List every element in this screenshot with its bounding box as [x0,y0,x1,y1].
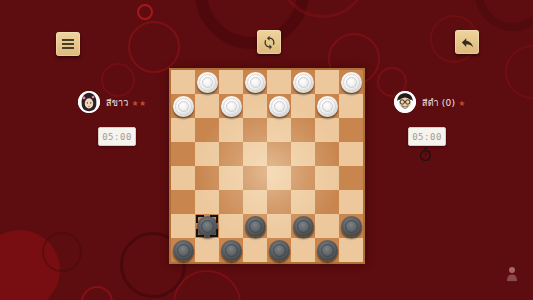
square-b2[interactable] [195,214,219,238]
square-g7[interactable] [315,94,339,118]
square-c8[interactable] [219,70,243,94]
square-c2[interactable] [219,214,243,238]
black-piece[interactable] [221,240,242,261]
square-c7[interactable] [219,94,243,118]
decor-circle [101,63,135,97]
square-f4[interactable] [291,166,315,190]
square-h1[interactable] [339,238,363,262]
white-piece[interactable] [197,72,218,93]
square-d2[interactable] [243,214,267,238]
square-e5[interactable] [267,142,291,166]
boy-glasses-avatar-icon [394,91,416,113]
square-h4[interactable] [339,166,363,190]
square-d8[interactable] [243,70,267,94]
black-piece[interactable] [173,240,194,261]
black-piece[interactable] [197,216,218,237]
square-a3[interactable] [171,190,195,214]
square-f8[interactable] [291,70,315,94]
square-h3[interactable] [339,190,363,214]
black-clock-value: 05:00 [412,132,442,142]
square-g1[interactable] [315,238,339,262]
white-piece[interactable] [245,72,266,93]
undo-button[interactable] [455,30,479,54]
white-piece[interactable] [173,96,194,117]
square-g3[interactable] [315,190,339,214]
black-player-avatar[interactable] [394,91,416,113]
square-f6[interactable] [291,118,315,142]
square-b5[interactable] [195,142,219,166]
square-d3[interactable] [243,190,267,214]
square-h2[interactable] [339,214,363,238]
black-piece[interactable] [341,216,362,237]
white-player-clock: 05:00 [98,127,136,146]
stopwatch-icon [419,147,432,162]
menu-button[interactable] [56,32,80,56]
white-piece[interactable] [317,96,338,117]
square-a5[interactable] [171,142,195,166]
decor-circle [0,230,60,300]
board [169,68,365,264]
decor-circle [195,0,309,49]
square-e3[interactable] [267,190,291,214]
square-a4[interactable] [171,166,195,190]
black-piece[interactable] [317,240,338,261]
decor-circle [475,0,533,31]
black-player-clock: 05:00 [408,127,446,146]
square-h7[interactable] [339,94,363,118]
square-a8[interactable] [171,70,195,94]
decor-circle [137,4,153,20]
square-a7[interactable] [171,94,195,118]
refresh-icon [262,35,277,50]
square-d6[interactable] [243,118,267,142]
square-e2[interactable] [267,214,291,238]
square-b6[interactable] [195,118,219,142]
square-d4[interactable] [243,166,267,190]
white-player-stars: ★★ [132,99,147,108]
square-g2[interactable] [315,214,339,238]
square-g5[interactable] [315,142,339,166]
square-b3[interactable] [195,190,219,214]
square-a6[interactable] [171,118,195,142]
white-player-name: สีขาว★★ [106,96,146,110]
square-b8[interactable] [195,70,219,94]
square-d7[interactable] [243,94,267,118]
square-e7[interactable] [267,94,291,118]
black-piece[interactable] [293,216,314,237]
hamburger-menu-icon [62,39,74,49]
decor-circle [128,21,180,73]
restart-button[interactable] [257,30,281,54]
square-c6[interactable] [219,118,243,142]
square-c3[interactable] [219,190,243,214]
square-e6[interactable] [267,118,291,142]
square-a1[interactable] [171,238,195,262]
square-g8[interactable] [315,70,339,94]
decor-circle [278,0,368,18]
black-player-label: สีดำ (0) [422,98,455,108]
white-piece[interactable] [269,96,290,117]
square-a2[interactable] [171,214,195,238]
square-e4[interactable] [267,166,291,190]
woman-avatar-icon [78,91,100,113]
square-c1[interactable] [219,238,243,262]
game-screen: สีขาว★★ 05:00 สีดำ (0)★ 05:00 [0,0,533,300]
square-f3[interactable] [291,190,315,214]
black-piece[interactable] [269,240,290,261]
person-icon[interactable] [506,266,518,282]
square-c4[interactable] [219,166,243,190]
white-piece[interactable] [221,96,242,117]
square-f5[interactable] [291,142,315,166]
white-clock-value: 05:00 [102,132,132,142]
white-player-label: สีขาว [106,98,129,108]
black-player-name: สีดำ (0)★ [422,96,466,110]
square-g4[interactable] [315,166,339,190]
undo-arrow-icon [460,35,475,50]
square-h5[interactable] [339,142,363,166]
square-h6[interactable] [339,118,363,142]
square-h8[interactable] [339,70,363,94]
square-f2[interactable] [291,214,315,238]
decor-circle [42,232,82,272]
square-e1[interactable] [267,238,291,262]
square-d1[interactable] [243,238,267,262]
square-d5[interactable] [243,142,267,166]
square-b7[interactable] [195,94,219,118]
white-piece[interactable] [293,72,314,93]
square-g6[interactable] [315,118,339,142]
square-f1[interactable] [291,238,315,262]
black-piece[interactable] [245,216,266,237]
black-player-stars: ★ [458,99,465,108]
decor-circle [81,286,113,300]
square-e8[interactable] [267,70,291,94]
square-c5[interactable] [219,142,243,166]
decor-circle [173,270,241,300]
white-player-avatar[interactable] [78,91,100,113]
square-f7[interactable] [291,94,315,118]
square-b1[interactable] [195,238,219,262]
white-piece[interactable] [341,72,362,93]
decor-circle [505,45,533,99]
square-b4[interactable] [195,166,219,190]
